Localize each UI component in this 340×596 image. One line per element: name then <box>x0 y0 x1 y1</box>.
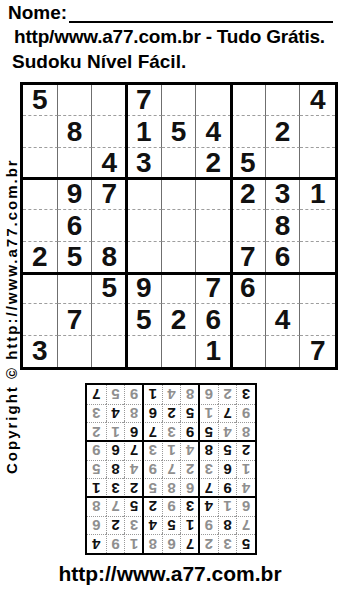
puzzle-cell-r7c4: 9 <box>127 273 162 304</box>
puzzle-cell-r8c1 <box>23 304 58 335</box>
puzzle-grid: 574815424325972316825876597675264317 <box>23 85 335 367</box>
solution-cell-r3c9: 8 <box>87 497 106 516</box>
puzzle-cell-r6c6 <box>196 242 231 273</box>
solution-cell-r9c8: 5 <box>106 385 125 404</box>
solution-cell-r1c2: 3 <box>218 534 237 553</box>
solution-cell-r4c8: 3 <box>106 478 125 497</box>
puzzle-cell-r9c7 <box>231 336 266 367</box>
puzzle-cell-r7c3: 5 <box>92 273 127 304</box>
puzzle-cell-r4c2: 9 <box>58 179 93 210</box>
solution-cell-r6c2: 5 <box>218 441 237 460</box>
solution-cell-r9c9: 7 <box>87 385 106 404</box>
puzzle-cell-r1c4: 7 <box>127 85 162 116</box>
puzzle-cell-r8c7 <box>231 304 266 335</box>
solution-box-separator-horizontal-1 <box>87 496 255 498</box>
puzzle-cell-r5c9 <box>300 210 335 241</box>
solution-box-separator-vertical-2 <box>142 385 144 553</box>
box-separator-horizontal-2 <box>23 272 335 275</box>
puzzle-cell-r2c2: 8 <box>58 116 93 147</box>
puzzle-cell-r6c8: 6 <box>266 242 301 273</box>
solution-cell-r4c9: 1 <box>87 478 106 497</box>
puzzle-cell-r1c3 <box>92 85 127 116</box>
puzzle-cell-r6c2: 5 <box>58 242 93 273</box>
puzzle-cell-r8c8: 4 <box>266 304 301 335</box>
solution-board: 5327681947891543266143925784976852311632… <box>85 383 257 555</box>
solution-cell-r8c2: 7 <box>218 404 237 423</box>
solution-cell-r5c7: 4 <box>124 460 143 479</box>
solution-grid: 5327681947891543266143925784976852311632… <box>87 385 255 553</box>
puzzle-cell-r4c3: 7 <box>92 179 127 210</box>
solution-cell-r3c4: 3 <box>180 497 199 516</box>
solution-cell-r8c4: 5 <box>180 404 199 423</box>
puzzle-cell-r4c6 <box>196 179 231 210</box>
solution-cell-r1c3: 2 <box>199 534 218 553</box>
solution-cell-r7c7: 6 <box>124 422 143 441</box>
solution-cell-r3c6: 2 <box>143 497 162 516</box>
solution-cell-r5c1: 1 <box>236 460 255 479</box>
puzzle-cell-r1c2 <box>58 85 93 116</box>
solution-cell-r3c8: 7 <box>106 497 125 516</box>
solution-cell-r2c4: 1 <box>180 516 199 535</box>
puzzle-cell-r6c5 <box>162 242 197 273</box>
solution-cell-r2c8: 2 <box>106 516 125 535</box>
solution-cell-r9c2: 2 <box>218 385 237 404</box>
puzzle-cell-r9c4 <box>127 336 162 367</box>
puzzle-cell-r8c6: 6 <box>196 304 231 335</box>
puzzle-cell-r3c8 <box>266 148 301 179</box>
puzzle-cell-r5c2: 6 <box>58 210 93 241</box>
solution-cell-r7c1: 8 <box>236 422 255 441</box>
solution-box-separator-vertical-1 <box>198 385 200 553</box>
name-label: Nome: <box>8 2 67 23</box>
solution-cell-r3c5: 9 <box>162 497 181 516</box>
footer-url: http://www.a77.com.br <box>0 562 340 586</box>
puzzle-cell-r3c4: 3 <box>127 148 162 179</box>
solution-cell-r8c3: 1 <box>199 404 218 423</box>
solution-cell-r5c2: 6 <box>218 460 237 479</box>
solution-cell-r5c8: 8 <box>106 460 125 479</box>
solution-cell-r8c8: 4 <box>106 404 125 423</box>
puzzle-cell-r2c8: 2 <box>266 116 301 147</box>
puzzle-cell-r1c8 <box>266 85 301 116</box>
solution-cell-r2c5: 5 <box>162 516 181 535</box>
puzzle-cell-r1c9: 4 <box>300 85 335 116</box>
name-row: Nome: <box>8 2 333 23</box>
solution-cell-r8c6: 6 <box>143 404 162 423</box>
puzzle-cell-r2c3 <box>92 116 127 147</box>
puzzle-board: 574815424325972316825876597675264317 <box>20 82 338 370</box>
puzzle-cell-r7c7: 6 <box>231 273 266 304</box>
solution-cell-r7c5: 3 <box>162 422 181 441</box>
puzzle-cell-r2c4: 1 <box>127 116 162 147</box>
puzzle-cell-r1c6 <box>196 85 231 116</box>
puzzle-cell-r8c2: 7 <box>58 304 93 335</box>
solution-cell-r9c6: 1 <box>143 385 162 404</box>
solution-cell-r5c3: 3 <box>199 460 218 479</box>
solution-cell-r4c6: 5 <box>143 478 162 497</box>
puzzle-cell-r2c6: 4 <box>196 116 231 147</box>
puzzle-cell-r1c7 <box>231 85 266 116</box>
puzzle-cell-r6c9 <box>300 242 335 273</box>
solution-cell-r9c5: 4 <box>162 385 181 404</box>
puzzle-cell-r9c5 <box>162 336 197 367</box>
solution-cell-r5c9: 5 <box>87 460 106 479</box>
puzzle-cell-r8c5: 2 <box>162 304 197 335</box>
solution-cell-r9c4: 8 <box>180 385 199 404</box>
solution-cell-r3c3: 4 <box>199 497 218 516</box>
puzzle-cell-r3c1 <box>23 148 58 179</box>
solution-cell-r6c3: 8 <box>199 441 218 460</box>
solution-cell-r1c9: 4 <box>87 534 106 553</box>
solution-cell-r1c8: 9 <box>106 534 125 553</box>
puzzle-cell-r3c6: 2 <box>196 148 231 179</box>
puzzle-cell-r4c4 <box>127 179 162 210</box>
solution-cell-r1c4: 7 <box>180 534 199 553</box>
solution-cell-r2c2: 8 <box>218 516 237 535</box>
puzzle-cell-r9c3 <box>92 336 127 367</box>
solution-cell-r6c6: 3 <box>143 441 162 460</box>
puzzle-cell-r2c7 <box>231 116 266 147</box>
solution-cell-r7c3: 5 <box>199 422 218 441</box>
solution-cell-r6c9: 9 <box>87 441 106 460</box>
puzzle-cell-r8c4: 5 <box>127 304 162 335</box>
puzzle-cell-r3c2 <box>58 148 93 179</box>
puzzle-cell-r7c9 <box>300 273 335 304</box>
solution-cell-r4c1: 4 <box>236 478 255 497</box>
solution-cell-r2c7: 3 <box>124 516 143 535</box>
solution-cell-r4c5: 8 <box>162 478 181 497</box>
copyright-text: Copyright © http://www.a77.com.br <box>3 158 20 474</box>
solution-cell-r4c2: 9 <box>218 478 237 497</box>
solution-cell-r1c6: 8 <box>143 534 162 553</box>
solution-cell-r2c6: 4 <box>143 516 162 535</box>
puzzle-cell-r5c4 <box>127 210 162 241</box>
puzzle-cell-r7c2 <box>58 273 93 304</box>
solution-cell-r9c3: 6 <box>199 385 218 404</box>
box-separator-vertical-2 <box>230 85 233 367</box>
solution-cell-r6c7: 7 <box>124 441 143 460</box>
solution-cell-r1c1: 5 <box>236 534 255 553</box>
solution-cell-r5c4: 2 <box>180 460 199 479</box>
puzzle-cell-r9c2 <box>58 336 93 367</box>
solution-cell-r8c1: 9 <box>236 404 255 423</box>
solution-box-separator-horizontal-2 <box>87 440 255 442</box>
puzzle-cell-r2c1 <box>23 116 58 147</box>
solution-cell-r9c1: 3 <box>236 385 255 404</box>
puzzle-cell-r3c9 <box>300 148 335 179</box>
puzzle-cell-r2c5: 5 <box>162 116 197 147</box>
puzzle-cell-r4c5 <box>162 179 197 210</box>
puzzle-cell-r3c7: 5 <box>231 148 266 179</box>
solution-cell-r5c5: 7 <box>162 460 181 479</box>
puzzle-cell-r3c3: 4 <box>92 148 127 179</box>
puzzle-cell-r4c7: 2 <box>231 179 266 210</box>
box-separator-horizontal-1 <box>23 177 335 180</box>
puzzle-cell-r7c6: 7 <box>196 273 231 304</box>
puzzle-cell-r5c8: 8 <box>266 210 301 241</box>
puzzle-cell-r6c7: 7 <box>231 242 266 273</box>
solution-cell-r1c7: 1 <box>124 534 143 553</box>
solution-cell-r8c5: 2 <box>162 404 181 423</box>
solution-cell-r6c4: 4 <box>180 441 199 460</box>
puzzle-cell-r7c1 <box>23 273 58 304</box>
solution-cell-r7c9: 2 <box>87 422 106 441</box>
solution-cell-r3c2: 1 <box>218 497 237 516</box>
name-underline <box>69 2 333 23</box>
solution-cell-r7c6: 7 <box>143 422 162 441</box>
puzzle-cell-r5c5 <box>162 210 197 241</box>
solution-cell-r4c4: 6 <box>180 478 199 497</box>
solution-cell-r2c1: 7 <box>236 516 255 535</box>
puzzle-cell-r8c3 <box>92 304 127 335</box>
puzzle-cell-r6c4 <box>127 242 162 273</box>
puzzle-cell-r6c3: 8 <box>92 242 127 273</box>
solution-cell-r8c7: 8 <box>124 404 143 423</box>
puzzle-cell-r4c9: 1 <box>300 179 335 210</box>
solution-cell-r9c7: 9 <box>124 385 143 404</box>
puzzle-cell-r1c1: 5 <box>23 85 58 116</box>
puzzle-cell-r3c5 <box>162 148 197 179</box>
puzzle-cell-r5c7 <box>231 210 266 241</box>
solution-cell-r4c3: 7 <box>199 478 218 497</box>
puzzle-cell-r9c6: 1 <box>196 336 231 367</box>
puzzle-cell-r5c3 <box>92 210 127 241</box>
solution-cell-r6c5: 1 <box>162 441 181 460</box>
puzzle-cell-r2c9 <box>300 116 335 147</box>
solution-cell-r2c3: 9 <box>199 516 218 535</box>
puzzle-cell-r4c8: 3 <box>266 179 301 210</box>
puzzle-level-title: Sudoku Nível Fácil. <box>12 51 186 73</box>
solution-cell-r7c2: 4 <box>218 422 237 441</box>
solution-cell-r3c1: 6 <box>236 497 255 516</box>
puzzle-cell-r7c8 <box>266 273 301 304</box>
puzzle-cell-r6c1: 2 <box>23 242 58 273</box>
puzzle-cell-r9c8 <box>266 336 301 367</box>
box-separator-vertical-1 <box>125 85 128 367</box>
site-tagline: http/www.a77.com.br - Tudo Grátis. <box>14 26 338 48</box>
puzzle-cell-r8c9 <box>300 304 335 335</box>
solution-cell-r7c8: 1 <box>106 422 125 441</box>
puzzle-cell-r5c6 <box>196 210 231 241</box>
solution-cell-r8c9: 3 <box>87 404 106 423</box>
solution-cell-r7c4: 9 <box>180 422 199 441</box>
puzzle-cell-r9c1: 3 <box>23 336 58 367</box>
puzzle-cell-r9c9: 7 <box>300 336 335 367</box>
solution-cell-r3c7: 5 <box>124 497 143 516</box>
solution-cell-r5c6: 9 <box>143 460 162 479</box>
puzzle-cell-r7c5 <box>162 273 197 304</box>
solution-cell-r1c5: 6 <box>162 534 181 553</box>
solution-cell-r6c8: 6 <box>106 441 125 460</box>
solution-cell-r2c9: 6 <box>87 516 106 535</box>
puzzle-cell-r1c5 <box>162 85 197 116</box>
puzzle-cell-r4c1 <box>23 179 58 210</box>
puzzle-cell-r5c1 <box>23 210 58 241</box>
solution-cell-r6c1: 2 <box>236 441 255 460</box>
solution-cell-r4c7: 2 <box>124 478 143 497</box>
